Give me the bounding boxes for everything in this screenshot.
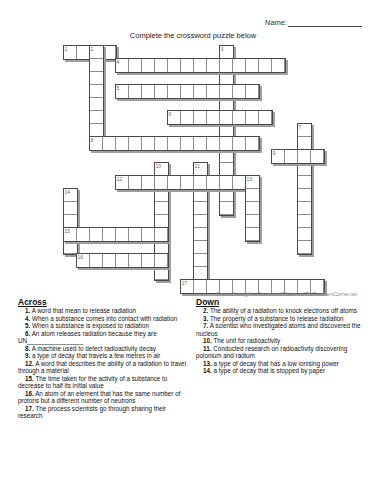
down-clue-list: 2. The ability of a radiation to knock e… — [196, 307, 372, 375]
credit-text: Created using the Crossword Maker on The… — [216, 291, 357, 297]
down-clue-7: 7. A scientist who investigated atoms an… — [196, 322, 372, 337]
down-clue-11: 11. Conducted research on radioactivity … — [196, 345, 372, 360]
across-clue-6: 6. An atom releases radiation because th… — [18, 330, 192, 345]
down-clue-14: 14. a type of decay that is stopped by p… — [196, 367, 372, 375]
across-clue-4: 4. When a substance comes into contact w… — [18, 315, 192, 323]
entry-15-across[interactable] — [63, 227, 169, 242]
entry-4-across[interactable] — [115, 58, 286, 73]
across-heading: Across — [18, 297, 47, 307]
name-row: Name: — [265, 18, 362, 27]
entry-6-across[interactable] — [167, 110, 273, 125]
entry-9-across[interactable] — [271, 149, 325, 164]
cell-number-13: 13 — [247, 177, 253, 182]
name-field[interactable] — [288, 18, 362, 27]
entry-8-across[interactable] — [89, 136, 260, 151]
worksheet-page: Name: Complete the crossword puzzle belo… — [0, 0, 386, 500]
cell-number-11: 11 — [195, 164, 200, 169]
entry-5-across[interactable] — [115, 84, 260, 99]
name-label: Name: — [265, 18, 287, 27]
cell-number-4: 4 — [117, 60, 120, 65]
cell-number-15: 15 — [65, 229, 71, 234]
across-clue-16: 16. An atom of an element that has the s… — [18, 390, 192, 405]
across-clue-1: 1. A word that mean to release radiation — [18, 307, 192, 315]
across-clue-9: 9. a type of decay that travels a few me… — [18, 352, 192, 360]
cell-number-10: 10 — [156, 164, 162, 169]
across-clue-5: 5. When a substance is exposed to radiat… — [18, 322, 192, 330]
down-clue-2: 2. The ability of a radiation to knock e… — [196, 307, 372, 315]
across-clue-list: 1. A word that mean to release radiation… — [18, 307, 192, 420]
cell-number-7: 7 — [299, 125, 302, 130]
across-clue-12: 12. A word that describes the ability of… — [18, 360, 192, 375]
down-heading: Down — [196, 297, 219, 307]
cell-number-6: 6 — [169, 112, 172, 117]
entry-16-across[interactable] — [76, 253, 169, 268]
entry-12-across[interactable] — [115, 175, 260, 190]
cell-number-2: 2 — [91, 47, 94, 52]
cell-number-5: 5 — [117, 86, 120, 91]
entry-13-down[interactable] — [245, 175, 260, 242]
down-clue-3: 3. The property of a substance to releas… — [196, 315, 372, 323]
across-clue-8: 8. A machine used to detect radioactivit… — [18, 345, 192, 353]
entry-14-down[interactable] — [63, 188, 78, 255]
cell-number-3: 3 — [221, 47, 224, 52]
entry-7-down[interactable] — [297, 123, 312, 255]
cell-number-17: 17 — [182, 281, 188, 286]
cell-number-12: 12 — [117, 177, 123, 182]
page-title: Complete the crossword puzzle below — [63, 31, 323, 40]
cell-number-9: 9 — [273, 151, 276, 156]
cell-number-8: 8 — [91, 138, 94, 143]
cell-number-1: 1 — [65, 47, 68, 52]
across-clue-17: 17. The process scientists go through sh… — [18, 405, 192, 420]
down-clue-13: 13. a type of decay that has a low ionis… — [196, 360, 372, 368]
cell-number-16: 16 — [78, 255, 84, 260]
down-clue-10: 10. The unit for radioactivity — [196, 337, 372, 345]
across-clue-15: 15. The time taken for the activity of a… — [18, 375, 192, 390]
cell-number-14: 14 — [65, 190, 71, 195]
